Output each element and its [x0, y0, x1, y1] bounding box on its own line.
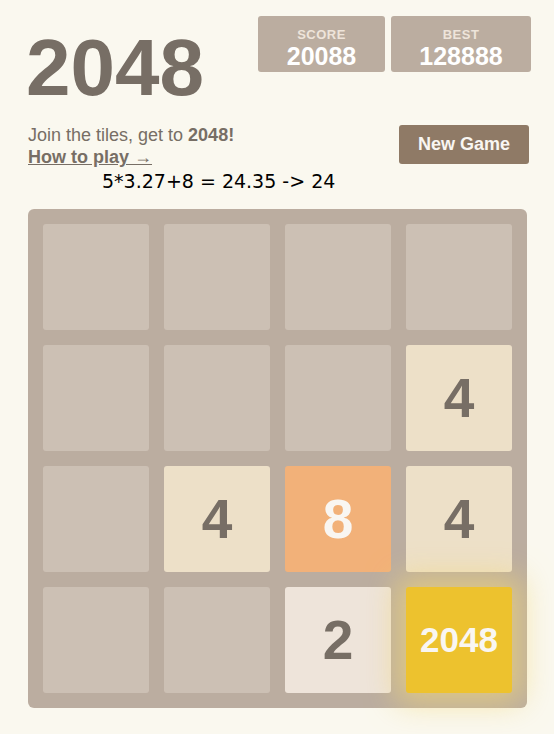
tile-4: 4 — [406, 466, 512, 572]
how-to-play-link[interactable]: How to play → — [28, 146, 152, 168]
tile-2: 2 — [285, 587, 391, 693]
empty-cell — [285, 224, 391, 330]
empty-cell — [164, 587, 270, 693]
score-panel: SCORE 20088 BEST 128888 — [258, 16, 531, 72]
best-box: BEST 128888 — [391, 16, 531, 72]
score-value: 20088 — [258, 42, 385, 70]
best-label: BEST — [391, 27, 531, 42]
new-game-button[interactable]: New Game — [399, 125, 529, 164]
empty-cell — [164, 345, 270, 451]
app: { "game": "2048", "position": { "rows": … — [0, 0, 554, 734]
empty-cell — [164, 224, 270, 330]
best-value: 128888 — [391, 42, 531, 70]
score-label: SCORE — [258, 27, 385, 42]
empty-cell — [43, 587, 149, 693]
tile-4: 4 — [406, 345, 512, 451]
board[interactable]: 448422048 — [28, 209, 527, 708]
tile-4: 4 — [164, 466, 270, 572]
tile-2048: 2048 — [406, 587, 512, 693]
empty-cell — [43, 224, 149, 330]
annotation-text: 5*3.27+8 = 24.35 -> 24 — [102, 170, 335, 193]
empty-cell — [285, 345, 391, 451]
empty-cell — [406, 224, 512, 330]
tagline-goal: 2048! — [188, 125, 234, 145]
empty-cell — [43, 345, 149, 451]
empty-cell — [43, 466, 149, 572]
page-title: 2048 — [26, 28, 204, 108]
tile-8: 8 — [285, 466, 391, 572]
score-box: SCORE 20088 — [258, 16, 385, 72]
tagline: Join the tiles, get to 2048! — [28, 124, 234, 146]
tagline-text: Join the tiles, get to — [28, 125, 188, 145]
